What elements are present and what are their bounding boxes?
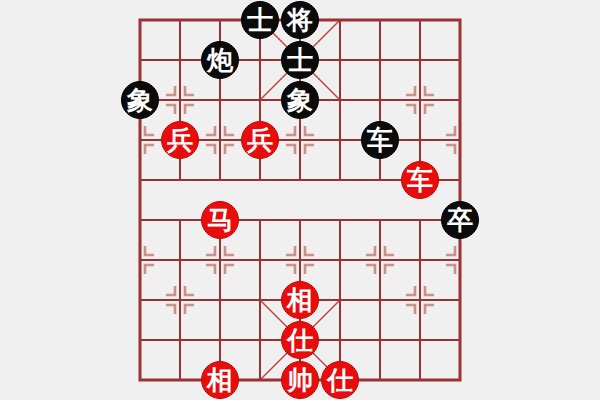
piece-black-cannon[interactable]: 炮 — [201, 41, 239, 79]
piece-black-advisor[interactable]: 士 — [281, 41, 319, 79]
piece-red-elephant[interactable]: 相 — [201, 361, 239, 399]
piece-red-chariot[interactable]: 车 — [401, 161, 439, 199]
piece-red-advisor[interactable]: 仕 — [281, 321, 319, 359]
piece-black-elephant[interactable]: 象 — [281, 81, 319, 119]
piece-black-chariot[interactable]: 车 — [361, 121, 399, 159]
piece-black-soldier[interactable]: 卒 — [441, 201, 479, 239]
piece-black-general[interactable]: 将 — [281, 1, 319, 39]
piece-red-horse[interactable]: 马 — [201, 201, 239, 239]
piece-red-elephant[interactable]: 相 — [281, 281, 319, 319]
xiangqi-board: 士将炮士象象车卒兵兵车马相仕相帅仕 — [0, 0, 600, 400]
piece-red-soldier[interactable]: 兵 — [241, 121, 279, 159]
piece-black-elephant[interactable]: 象 — [121, 81, 159, 119]
piece-red-soldier[interactable]: 兵 — [161, 121, 199, 159]
piece-red-advisor[interactable]: 仕 — [321, 361, 359, 399]
pieces-layer: 士将炮士象象车卒兵兵车马相仕相帅仕 — [120, 0, 480, 400]
piece-black-advisor[interactable]: 士 — [241, 1, 279, 39]
piece-red-general[interactable]: 帅 — [281, 361, 319, 399]
